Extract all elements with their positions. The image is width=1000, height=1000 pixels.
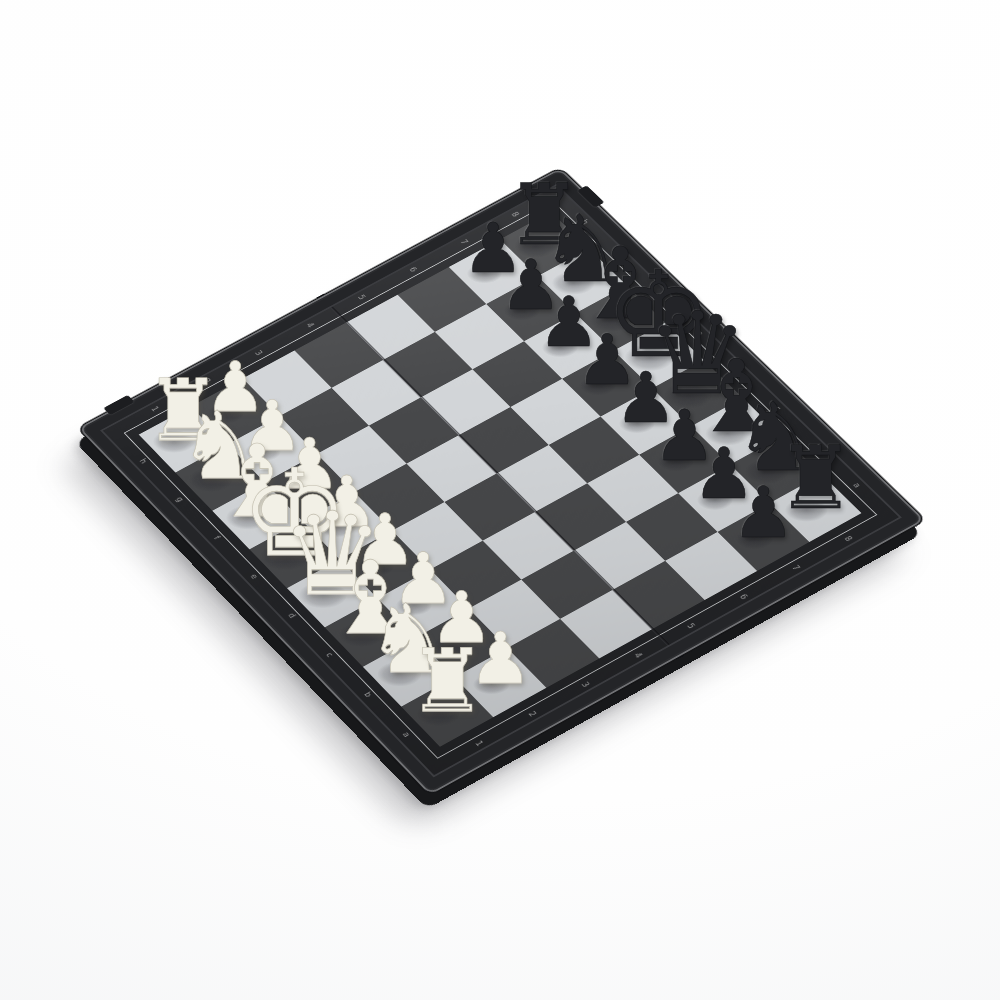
coord-rank-right-1: 1 — [471, 737, 487, 750]
coord-rank-right-2: 2 — [524, 708, 540, 721]
clasp-tab — [103, 395, 134, 415]
chess-board: hhggffeeddccbbaa8877665544332211 — [78, 168, 925, 795]
coord-rank-right-6: 6 — [735, 591, 751, 604]
coord-rank-right-4: 4 — [630, 649, 646, 662]
playing-area — [139, 212, 862, 747]
coord-rank-right-7: 7 — [787, 562, 803, 575]
coord-rank-right-8: 8 — [840, 533, 856, 546]
coord-rank-right-3: 3 — [577, 678, 593, 691]
hinge-tab — [577, 185, 604, 207]
product-photo-scene: hhggffeeddccbbaa8877665544332211 ♜♟♞♟♝♟♚… — [0, 0, 1000, 1000]
coord-rank-right-5: 5 — [682, 620, 698, 633]
